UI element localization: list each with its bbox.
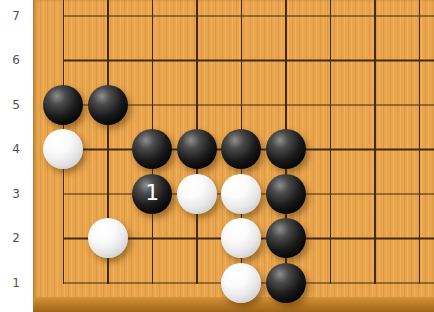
row-label-2: 2 <box>0 230 32 246</box>
go-board-screenshot: 7654321 1 <box>0 0 434 312</box>
white-stone[interactable] <box>221 263 261 303</box>
row-label-1: 1 <box>0 275 32 291</box>
white-stone[interactable] <box>221 218 261 258</box>
row-coordinates: 7654321 <box>0 0 33 312</box>
black-stone[interactable] <box>132 129 172 169</box>
black-stone[interactable] <box>266 218 306 258</box>
move-number-label: 1 <box>145 182 159 204</box>
row-label-7: 7 <box>0 8 32 24</box>
black-stone[interactable]: 1 <box>132 174 172 214</box>
black-stone[interactable] <box>221 129 261 169</box>
row-label-3: 3 <box>0 186 32 202</box>
black-stone[interactable] <box>266 129 306 169</box>
black-stone[interactable] <box>266 174 306 214</box>
row-label-6: 6 <box>0 52 32 68</box>
black-stone[interactable] <box>43 85 83 125</box>
stones-layer: 1 <box>33 0 434 312</box>
black-stone[interactable] <box>88 85 128 125</box>
white-stone[interactable] <box>88 218 128 258</box>
row-label-4: 4 <box>0 141 32 157</box>
black-stone[interactable] <box>266 263 306 303</box>
white-stone[interactable] <box>43 129 83 169</box>
go-board[interactable]: 1 <box>33 0 434 312</box>
black-stone[interactable] <box>177 129 217 169</box>
white-stone[interactable] <box>221 174 261 214</box>
row-label-5: 5 <box>0 97 32 113</box>
white-stone[interactable] <box>177 174 217 214</box>
